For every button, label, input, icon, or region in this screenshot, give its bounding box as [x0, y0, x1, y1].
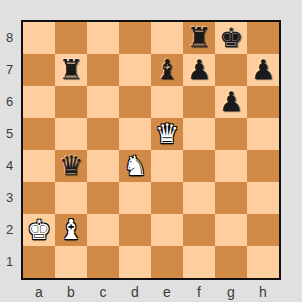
square-d5[interactable] [119, 118, 151, 150]
rank-label-2: 2 [0, 214, 19, 246]
square-g5[interactable] [215, 118, 247, 150]
square-a4[interactable] [23, 150, 55, 182]
file-label-g: g [215, 283, 247, 301]
square-a7[interactable] [23, 54, 55, 86]
black-pawn-f7: ♟ [187, 56, 211, 83]
square-c1[interactable] [87, 246, 119, 278]
square-f6[interactable] [183, 86, 215, 118]
square-g4[interactable] [215, 150, 247, 182]
square-c8[interactable] [87, 22, 119, 54]
rank-label-1: 1 [0, 246, 19, 278]
chess-board: ♜♚♜♝♟♟♟♛♛♞♚♝ [21, 20, 281, 280]
square-a1[interactable] [23, 246, 55, 278]
square-f2[interactable] [183, 214, 215, 246]
square-b1[interactable] [55, 246, 87, 278]
square-f5[interactable] [183, 118, 215, 150]
square-g1[interactable] [215, 246, 247, 278]
square-a5[interactable] [23, 118, 55, 150]
black-bishop-e7: ♝ [155, 56, 179, 83]
square-e7[interactable]: ♝ [151, 54, 183, 86]
square-h3[interactable] [247, 182, 279, 214]
square-a6[interactable] [23, 86, 55, 118]
black-queen-b4: ♛ [59, 152, 83, 179]
square-c4[interactable] [87, 150, 119, 182]
square-g6[interactable]: ♟ [215, 86, 247, 118]
square-f3[interactable] [183, 182, 215, 214]
square-g8[interactable]: ♚ [215, 22, 247, 54]
file-label-a: a [23, 283, 55, 301]
square-b7[interactable]: ♜ [55, 54, 87, 86]
chess-diagram: ♜♚♜♝♟♟♟♛♛♞♚♝ 87654321 abcdefgh [0, 0, 302, 302]
square-e6[interactable] [151, 86, 183, 118]
square-c7[interactable] [87, 54, 119, 86]
square-b8[interactable] [55, 22, 87, 54]
square-h2[interactable] [247, 214, 279, 246]
square-h4[interactable] [247, 150, 279, 182]
square-f7[interactable]: ♟ [183, 54, 215, 86]
square-e1[interactable] [151, 246, 183, 278]
file-label-h: h [247, 283, 279, 301]
square-b2[interactable]: ♝ [55, 214, 87, 246]
square-e8[interactable] [151, 22, 183, 54]
square-f4[interactable] [183, 150, 215, 182]
square-b4[interactable]: ♛ [55, 150, 87, 182]
square-d6[interactable] [119, 86, 151, 118]
square-h6[interactable] [247, 86, 279, 118]
square-h7[interactable]: ♟ [247, 54, 279, 86]
square-e5[interactable]: ♛ [151, 118, 183, 150]
square-f8[interactable]: ♜ [183, 22, 215, 54]
white-queen-e5: ♛ [155, 120, 179, 147]
rank-label-3: 3 [0, 182, 19, 214]
square-d4[interactable]: ♞ [119, 150, 151, 182]
square-c5[interactable] [87, 118, 119, 150]
square-d3[interactable] [119, 182, 151, 214]
rank-label-6: 6 [0, 86, 19, 118]
black-pawn-g6: ♟ [219, 88, 243, 115]
square-a3[interactable] [23, 182, 55, 214]
square-c2[interactable] [87, 214, 119, 246]
square-g3[interactable] [215, 182, 247, 214]
square-h5[interactable] [247, 118, 279, 150]
square-a2[interactable]: ♚ [23, 214, 55, 246]
square-e2[interactable] [151, 214, 183, 246]
square-d2[interactable] [119, 214, 151, 246]
black-rook-f8: ♜ [187, 24, 211, 51]
rank-label-5: 5 [0, 118, 19, 150]
square-h8[interactable] [247, 22, 279, 54]
white-king-a2: ♚ [27, 216, 51, 243]
square-h1[interactable] [247, 246, 279, 278]
square-b6[interactable] [55, 86, 87, 118]
square-d8[interactable] [119, 22, 151, 54]
square-c6[interactable] [87, 86, 119, 118]
square-a8[interactable] [23, 22, 55, 54]
file-label-e: e [151, 283, 183, 301]
black-king-g8: ♚ [219, 24, 243, 51]
rank-label-8: 8 [0, 22, 19, 54]
square-b3[interactable] [55, 182, 87, 214]
file-label-c: c [87, 283, 119, 301]
file-label-d: d [119, 283, 151, 301]
square-b5[interactable] [55, 118, 87, 150]
square-g7[interactable] [215, 54, 247, 86]
white-bishop-b2: ♝ [59, 216, 83, 243]
square-d1[interactable] [119, 246, 151, 278]
black-pawn-h7: ♟ [251, 56, 275, 83]
square-c3[interactable] [87, 182, 119, 214]
file-label-b: b [55, 283, 87, 301]
white-knight-d4: ♞ [123, 152, 147, 179]
square-d7[interactable] [119, 54, 151, 86]
rank-label-7: 7 [0, 54, 19, 86]
black-rook-b7: ♜ [59, 56, 83, 83]
square-e4[interactable] [151, 150, 183, 182]
square-f1[interactable] [183, 246, 215, 278]
file-label-f: f [183, 283, 215, 301]
square-e3[interactable] [151, 182, 183, 214]
square-g2[interactable] [215, 214, 247, 246]
rank-label-4: 4 [0, 150, 19, 182]
